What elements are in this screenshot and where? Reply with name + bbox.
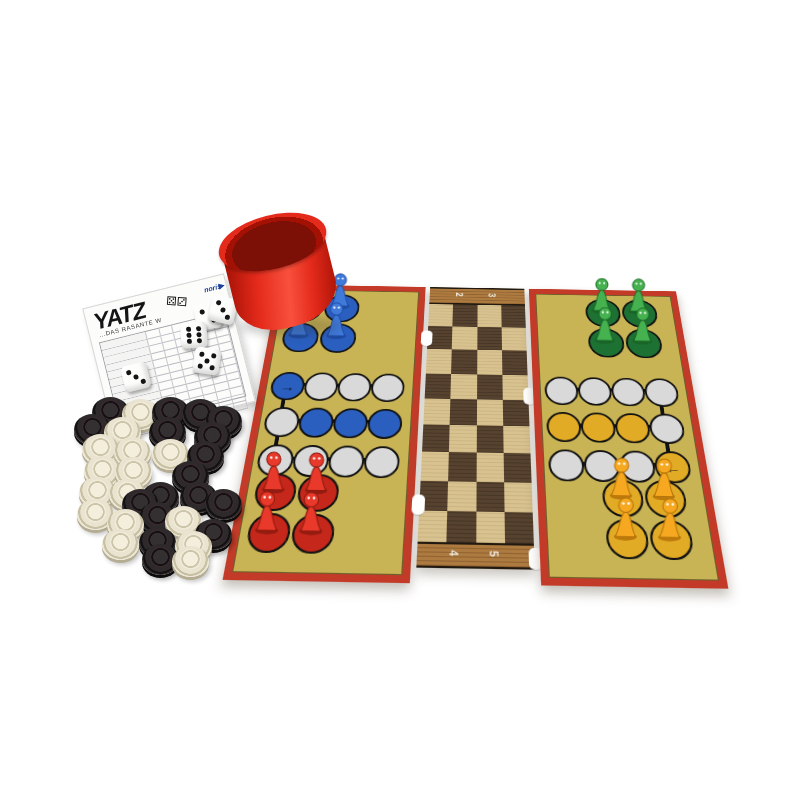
die-pip xyxy=(209,365,215,371)
die-pip xyxy=(198,363,204,369)
die-4-face-5[interactable] xyxy=(192,346,221,375)
strip-cell-r8c0 xyxy=(418,510,448,542)
strip-cell-r5c2 xyxy=(476,425,503,453)
strip-cell-r0c0 xyxy=(428,304,453,327)
strip-cell-r0c2 xyxy=(477,305,501,328)
strip-cell-r6c1 xyxy=(448,452,476,481)
die-pip xyxy=(196,332,201,337)
track-cell-right-r2c0 xyxy=(548,449,586,482)
die-pip xyxy=(211,353,217,359)
die-pip xyxy=(196,326,201,331)
strip-cell-r0c3 xyxy=(501,305,526,328)
pawn-green-3[interactable] xyxy=(592,306,617,344)
product-photo-scene: → 23 45 ← YATZ ⚄⚂ noris ▶ ...DAS RASANTE xyxy=(0,0,800,800)
band-number-bottom-5: 5 xyxy=(487,551,498,557)
die-pip xyxy=(187,333,192,338)
strip-cell-r4c1 xyxy=(450,399,477,426)
die-pip xyxy=(220,307,226,313)
strip-cell-r2c2 xyxy=(477,350,502,374)
die-pip xyxy=(133,374,139,380)
track-cell-right-r1c2 xyxy=(614,413,652,444)
pawn-red-1[interactable] xyxy=(259,451,288,494)
pawn-yellow-2[interactable] xyxy=(650,458,679,501)
strip-cell-r0c1 xyxy=(453,304,478,327)
strip-cell-r4c0 xyxy=(423,398,450,425)
home-yellow xyxy=(601,479,690,556)
strip-cell-r5c3 xyxy=(503,426,531,454)
checker-piece-white-28[interactable] xyxy=(102,529,139,560)
track-cell-right-r0c0 xyxy=(544,376,579,405)
pawn-yellow-4[interactable] xyxy=(655,497,684,542)
jigsaw-tab xyxy=(421,330,433,345)
die-pip xyxy=(216,300,222,306)
strip-cell-r5c0 xyxy=(422,425,450,453)
strip-cell-r6c3 xyxy=(503,453,531,482)
track-cell-right-r0c3 xyxy=(643,378,681,407)
die-pip xyxy=(186,326,191,331)
die-pip xyxy=(126,370,132,376)
die-pip xyxy=(204,358,210,364)
start-arrow-icon: → xyxy=(279,380,296,393)
strip-cell-r6c2 xyxy=(476,453,504,482)
pawn-red-4[interactable] xyxy=(296,491,325,536)
track-cell-left-r2c2 xyxy=(327,445,366,478)
die-3-face-6[interactable] xyxy=(180,321,208,349)
dice-pips-logo-icon: ⚄⚂ xyxy=(166,294,188,309)
track-cell-left-r1c2 xyxy=(332,408,370,439)
track-cell-right-r1c0 xyxy=(546,412,582,443)
pawn-yellow-1[interactable] xyxy=(607,457,636,500)
strip-cell-r3c1 xyxy=(451,374,477,400)
strip-cell-r3c2 xyxy=(477,374,503,400)
track-cell-left-r0c1 xyxy=(302,372,339,401)
strip-cell-r8c1 xyxy=(447,511,476,543)
strip-cell-r1c2 xyxy=(477,327,502,351)
strip-cell-r7c2 xyxy=(476,481,504,511)
pawn-red-2[interactable] xyxy=(302,452,331,495)
checkers-strip-panel: 23 45 xyxy=(416,287,535,570)
die-pip xyxy=(196,338,201,343)
die-pip xyxy=(199,352,205,358)
die-pip xyxy=(187,339,192,344)
home-red xyxy=(245,473,336,550)
die-pip xyxy=(199,309,205,315)
band-number-top-2: 2 xyxy=(454,293,463,297)
pawn-yellow-3[interactable] xyxy=(611,497,640,542)
strip-cell-r7c3 xyxy=(504,482,533,512)
checker-piece-black-21[interactable] xyxy=(205,489,242,520)
strip-cell-r1c3 xyxy=(501,327,526,351)
strip-cell-r2c1 xyxy=(451,350,477,374)
strip-cell-r5c1 xyxy=(449,425,476,453)
ludo-panel-right: ← xyxy=(529,289,729,589)
wood-band-bottom: 45 xyxy=(416,542,535,570)
checkerboard-grid xyxy=(418,304,534,544)
strip-cell-r8c3 xyxy=(504,512,534,544)
track-cell-right-r0c2 xyxy=(610,378,647,407)
band-number-bottom-4: 4 xyxy=(447,550,458,556)
die-pip xyxy=(224,314,230,320)
wood-band-top: 23 xyxy=(429,287,525,306)
jigsaw-tab xyxy=(523,388,535,405)
track-cell-left-r1c3 xyxy=(366,409,403,440)
strip-cell-r7c1 xyxy=(448,481,477,511)
strip-cell-r6c0 xyxy=(421,452,450,481)
strip-cell-r1c1 xyxy=(452,327,477,351)
strip-cell-r7c0 xyxy=(419,480,448,510)
band-number-top-3: 3 xyxy=(487,293,496,297)
track-cell-left-r0c0: → xyxy=(269,372,307,401)
checker-piece-white-32[interactable] xyxy=(172,546,209,577)
home-green xyxy=(584,299,659,355)
strip-cell-r4c2 xyxy=(476,399,503,426)
pawn-green-4[interactable] xyxy=(630,307,655,345)
track-cell-right-r1c1 xyxy=(580,412,617,443)
strip-cell-r8c2 xyxy=(476,511,505,543)
strip-cell-r2c3 xyxy=(502,351,528,376)
strip-cell-r3c0 xyxy=(425,373,452,399)
strip-cell-r2c0 xyxy=(426,349,452,373)
track-cell-right-r1c3 xyxy=(648,414,687,445)
track-cell-left-r2c3 xyxy=(363,446,401,479)
die-pip xyxy=(140,378,146,384)
pawn-red-3[interactable] xyxy=(252,490,281,535)
track-cell-left-r0c3 xyxy=(370,373,406,402)
